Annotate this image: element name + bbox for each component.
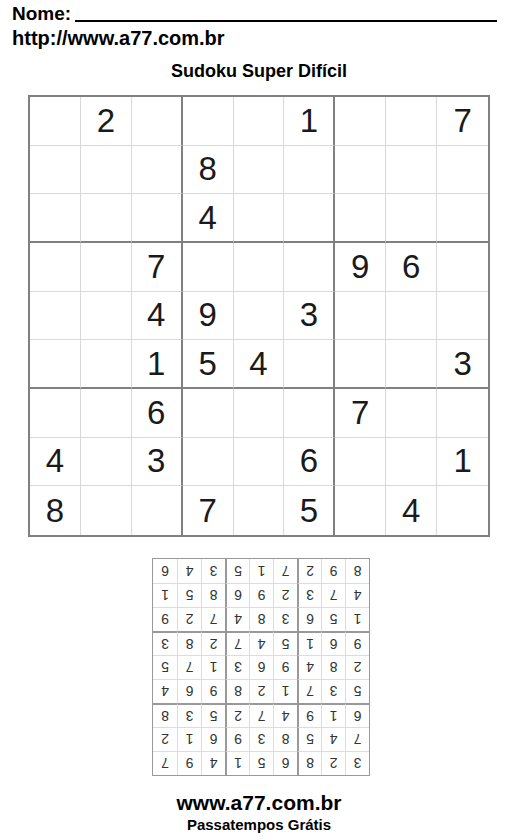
name-label: Nome: xyxy=(12,3,71,25)
puzzle-cell-r7c4[interactable] xyxy=(183,389,234,438)
puzzle-cell-r3c7[interactable] xyxy=(335,194,386,243)
puzzle-cell-r6c6[interactable] xyxy=(284,340,335,389)
puzzle-cell-r8c7[interactable] xyxy=(335,438,386,487)
solution-cell-r5c5: 6 xyxy=(249,655,273,679)
puzzle-cell-r4c2[interactable] xyxy=(81,243,132,292)
puzzle-cell-r6c9[interactable]: 3 xyxy=(437,340,488,389)
puzzle-cell-r3c5[interactable] xyxy=(234,194,285,243)
puzzle-cell-r3c3[interactable] xyxy=(132,194,183,243)
solution-cell-r4c8: 6 xyxy=(177,679,201,703)
puzzle-cell-r5c3[interactable]: 4 xyxy=(132,292,183,341)
puzzle-cell-r5c9[interactable] xyxy=(437,292,488,341)
solution-cell-r7c4: 3 xyxy=(273,607,297,631)
puzzle-cell-r5c1[interactable] xyxy=(30,292,81,341)
puzzle-cell-r5c4[interactable]: 9 xyxy=(183,292,234,341)
puzzle-cell-r3c1[interactable] xyxy=(30,194,81,243)
solution-cell-r3c1: 6 xyxy=(345,703,369,727)
puzzle-cell-r4c7[interactable]: 9 xyxy=(335,243,386,292)
solution-cell-r3c3: 9 xyxy=(297,703,321,727)
solution-cell-r2c8: 1 xyxy=(177,727,201,751)
solution-cell-r8c2: 7 xyxy=(321,583,345,607)
solution-cell-r2c3: 5 xyxy=(297,727,321,751)
puzzle-cell-r6c1[interactable] xyxy=(30,340,81,389)
puzzle-cell-r9c6[interactable]: 5 xyxy=(284,486,335,535)
solution-cell-r2c7: 6 xyxy=(201,727,225,751)
puzzle-cell-r2c2[interactable] xyxy=(81,146,132,195)
puzzle-cell-r8c3[interactable]: 3 xyxy=(132,438,183,487)
puzzle-cell-r6c7[interactable] xyxy=(335,340,386,389)
solution-cell-r1c5: 5 xyxy=(249,751,273,775)
solution-cell-r6c6: 7 xyxy=(225,631,249,655)
puzzle-cell-r4c6[interactable] xyxy=(284,243,335,292)
puzzle-cell-r5c6[interactable]: 3 xyxy=(284,292,335,341)
solution-cell-r3c2: 1 xyxy=(321,703,345,727)
solution-cell-r8c5: 9 xyxy=(249,583,273,607)
puzzle-cell-r3c4[interactable]: 4 xyxy=(183,194,234,243)
solution-cell-r3c7: 5 xyxy=(201,703,225,727)
solution-cell-r5c3: 4 xyxy=(297,655,321,679)
solution-cell-r7c3: 6 xyxy=(297,607,321,631)
solution-cell-r6c4: 5 xyxy=(273,631,297,655)
puzzle-cell-r8c8[interactable] xyxy=(386,438,437,487)
solution-cell-r2c6: 9 xyxy=(225,727,249,751)
puzzle-cell-r9c5[interactable] xyxy=(234,486,285,535)
solution-cell-r6c8: 8 xyxy=(177,631,201,655)
solution-cell-r9c8: 4 xyxy=(177,559,201,583)
solution-cell-r1c8: 9 xyxy=(177,751,201,775)
solution-cell-r6c9: 3 xyxy=(153,631,177,655)
header-site-url: http://www.a77.com.br xyxy=(12,27,225,50)
solution-cell-r9c3: 2 xyxy=(297,559,321,583)
puzzle-cell-r4c3[interactable]: 7 xyxy=(132,243,183,292)
puzzle-cell-r2c7[interactable] xyxy=(335,146,386,195)
puzzle-cell-r4c8[interactable]: 6 xyxy=(386,243,437,292)
puzzle-cell-r2c6[interactable] xyxy=(284,146,335,195)
solution-cell-r1c6: 1 xyxy=(225,751,249,775)
puzzle-cell-r3c6[interactable] xyxy=(284,194,335,243)
sudoku-solution-grid-upside-down: 3286514977458396126194725385371289642849… xyxy=(152,558,370,776)
puzzle-cell-r2c4[interactable]: 8 xyxy=(183,146,234,195)
solution-cell-r2c9: 2 xyxy=(153,727,177,751)
puzzle-cell-r2c5[interactable] xyxy=(234,146,285,195)
solution-cell-r2c1: 7 xyxy=(345,727,369,751)
puzzle-cell-r9c7[interactable] xyxy=(335,486,386,535)
solution-cell-r7c1: 1 xyxy=(345,607,369,631)
page-title: Sudoku Super Difícil xyxy=(0,61,518,82)
solution-cell-r8c3: 3 xyxy=(297,583,321,607)
puzzle-cell-r8c9[interactable]: 1 xyxy=(437,438,488,487)
puzzle-cell-r1c1[interactable] xyxy=(30,97,81,146)
solution-cell-r8c4: 2 xyxy=(273,583,297,607)
solution-cell-r6c3: 1 xyxy=(297,631,321,655)
puzzle-cell-r2c1[interactable] xyxy=(30,146,81,195)
puzzle-cell-r7c3[interactable]: 6 xyxy=(132,389,183,438)
solution-cell-r1c2: 2 xyxy=(321,751,345,775)
solution-cell-r2c4: 8 xyxy=(273,727,297,751)
solution-cell-r7c7: 7 xyxy=(201,607,225,631)
puzzle-cell-r5c8[interactable] xyxy=(386,292,437,341)
solution-cell-r4c2: 3 xyxy=(321,679,345,703)
puzzle-cell-r9c9[interactable] xyxy=(437,486,488,535)
puzzle-cell-r3c9[interactable] xyxy=(437,194,488,243)
solution-cell-r9c5: 1 xyxy=(249,559,273,583)
puzzle-cell-r3c8[interactable] xyxy=(386,194,437,243)
solution-cell-r5c4: 9 xyxy=(273,655,297,679)
solution-cell-r7c5: 8 xyxy=(249,607,273,631)
puzzle-cell-r9c3[interactable] xyxy=(132,486,183,535)
puzzle-cell-r7c7[interactable]: 7 xyxy=(335,389,386,438)
puzzle-cell-r5c7[interactable] xyxy=(335,292,386,341)
solution-cell-r8c9: 1 xyxy=(153,583,177,607)
solution-cell-r3c6: 2 xyxy=(225,703,249,727)
solution-cell-r1c1: 3 xyxy=(345,751,369,775)
puzzle-cell-r7c6[interactable] xyxy=(284,389,335,438)
footer-site-url: www.a77.com.br xyxy=(0,791,518,815)
solution-cell-r5c8: 7 xyxy=(177,655,201,679)
solution-cell-r7c8: 2 xyxy=(177,607,201,631)
sudoku-print-page: Nome: http://www.a77.com.br Sudoku Super… xyxy=(0,0,518,840)
puzzle-cell-r8c1[interactable]: 4 xyxy=(30,438,81,487)
solution-cell-r1c3: 8 xyxy=(297,751,321,775)
solution-cell-r4c1: 5 xyxy=(345,679,369,703)
puzzle-cell-r7c2[interactable] xyxy=(81,389,132,438)
puzzle-cell-r4c1[interactable] xyxy=(30,243,81,292)
solution-cell-r6c2: 6 xyxy=(321,631,345,655)
name-write-line xyxy=(75,6,497,22)
puzzle-cell-r8c2[interactable] xyxy=(81,438,132,487)
puzzle-cell-r3c2[interactable] xyxy=(81,194,132,243)
puzzle-cell-r2c9[interactable] xyxy=(437,146,488,195)
solution-cell-r1c7: 4 xyxy=(201,751,225,775)
puzzle-cell-r1c6[interactable]: 1 xyxy=(284,97,335,146)
puzzle-cell-r7c1[interactable] xyxy=(30,389,81,438)
solution-cell-r6c1: 9 xyxy=(345,631,369,655)
puzzle-cell-r2c8[interactable] xyxy=(386,146,437,195)
puzzle-cell-r7c8[interactable] xyxy=(386,389,437,438)
solution-cell-r4c3: 7 xyxy=(297,679,321,703)
footer-tagline: Passatempos Grátis xyxy=(0,816,518,833)
solution-cell-r4c6: 8 xyxy=(225,679,249,703)
puzzle-cell-r5c2[interactable] xyxy=(81,292,132,341)
solution-cell-r2c2: 4 xyxy=(321,727,345,751)
solution-cell-r4c5: 2 xyxy=(249,679,273,703)
puzzle-cell-r4c5[interactable] xyxy=(234,243,285,292)
solution-cell-r7c2: 5 xyxy=(321,607,345,631)
puzzle-cell-r5c5[interactable] xyxy=(234,292,285,341)
solution-cell-r9c7: 3 xyxy=(201,559,225,583)
puzzle-cell-r8c6[interactable]: 6 xyxy=(284,438,335,487)
solution-cell-r5c1: 2 xyxy=(345,655,369,679)
solution-cell-r6c5: 4 xyxy=(249,631,273,655)
solution-cell-r5c7: 1 xyxy=(201,655,225,679)
solution-cell-r3c4: 4 xyxy=(273,703,297,727)
puzzle-cell-r9c1[interactable]: 8 xyxy=(30,486,81,535)
puzzle-cell-r1c3[interactable] xyxy=(132,97,183,146)
solution-cell-r1c4: 6 xyxy=(273,751,297,775)
solution-cell-r5c2: 8 xyxy=(321,655,345,679)
puzzle-cell-r6c3[interactable]: 1 xyxy=(132,340,183,389)
puzzle-cell-r1c5[interactable] xyxy=(234,97,285,146)
solution-cell-r3c8: 3 xyxy=(177,703,201,727)
solution-cell-r9c1: 8 xyxy=(345,559,369,583)
solution-cell-r8c8: 5 xyxy=(177,583,201,607)
solution-cell-r5c9: 5 xyxy=(153,655,177,679)
solution-cell-r9c6: 5 xyxy=(225,559,249,583)
solution-cell-r9c9: 6 xyxy=(153,559,177,583)
solution-cell-r4c4: 1 xyxy=(273,679,297,703)
puzzle-cell-r4c4[interactable] xyxy=(183,243,234,292)
puzzle-cell-r7c5[interactable] xyxy=(234,389,285,438)
puzzle-cell-r9c2[interactable] xyxy=(81,486,132,535)
puzzle-cell-r2c3[interactable] xyxy=(132,146,183,195)
solution-cell-r8c7: 8 xyxy=(201,583,225,607)
puzzle-cell-r7c9[interactable] xyxy=(437,389,488,438)
puzzle-cell-r9c8[interactable]: 4 xyxy=(386,486,437,535)
solution-cell-r4c9: 4 xyxy=(153,679,177,703)
solution-cell-r3c9: 8 xyxy=(153,703,177,727)
puzzle-cell-r8c5[interactable] xyxy=(234,438,285,487)
puzzle-cell-r9c4[interactable]: 7 xyxy=(183,486,234,535)
solution-cell-r3c5: 7 xyxy=(249,703,273,727)
sudoku-puzzle-grid: 2178479649315436743618754 xyxy=(28,95,490,537)
puzzle-cell-r1c4[interactable] xyxy=(183,97,234,146)
solution-cell-r2c5: 3 xyxy=(249,727,273,751)
solution-cell-r7c6: 4 xyxy=(225,607,249,631)
puzzle-cell-r4c9[interactable] xyxy=(437,243,488,292)
puzzle-cell-r1c8[interactable] xyxy=(386,97,437,146)
solution-cell-r4c7: 9 xyxy=(201,679,225,703)
puzzle-cell-r6c8[interactable] xyxy=(386,340,437,389)
solution-cell-r1c9: 7 xyxy=(153,751,177,775)
solution-cell-r8c1: 4 xyxy=(345,583,369,607)
solution-cell-r9c2: 9 xyxy=(321,559,345,583)
puzzle-cell-r1c7[interactable] xyxy=(335,97,386,146)
solution-cell-r7c9: 9 xyxy=(153,607,177,631)
solution-cell-r6c7: 2 xyxy=(201,631,225,655)
puzzle-cell-r6c2[interactable] xyxy=(81,340,132,389)
puzzle-cell-r1c9[interactable]: 7 xyxy=(437,97,488,146)
puzzle-cell-r6c4[interactable]: 5 xyxy=(183,340,234,389)
solution-cell-r8c6: 6 xyxy=(225,583,249,607)
solution-cell-r9c4: 7 xyxy=(273,559,297,583)
puzzle-cell-r1c2[interactable]: 2 xyxy=(81,97,132,146)
solution-cell-r5c6: 3 xyxy=(225,655,249,679)
puzzle-cell-r6c5[interactable]: 4 xyxy=(234,340,285,389)
puzzle-cell-r8c4[interactable] xyxy=(183,438,234,487)
